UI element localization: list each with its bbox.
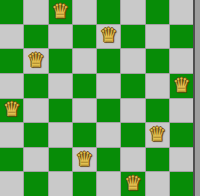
square-b2[interactable] — [24, 148, 47, 172]
gold-queen-piece: ♛ — [100, 25, 118, 45]
square-e7[interactable]: ♛ — [97, 25, 120, 49]
square-c8[interactable]: ♛ — [49, 0, 72, 24]
square-a3[interactable] — [0, 123, 23, 147]
square-b8[interactable] — [24, 0, 47, 24]
square-h1[interactable] — [170, 172, 193, 196]
square-a5[interactable] — [0, 74, 23, 98]
gold-queen-piece: ♛ — [124, 173, 142, 193]
square-c7[interactable] — [49, 25, 72, 49]
square-f7[interactable] — [121, 25, 144, 49]
square-g5[interactable] — [146, 74, 169, 98]
square-a8[interactable] — [0, 0, 23, 24]
square-c6[interactable] — [49, 49, 72, 73]
square-c3[interactable] — [49, 123, 72, 147]
square-g6[interactable] — [146, 49, 169, 73]
square-h8[interactable] — [170, 0, 193, 24]
square-d4[interactable] — [73, 99, 96, 123]
square-b6[interactable]: ♛ — [24, 49, 47, 73]
square-a4[interactable]: ♛ — [0, 99, 23, 123]
square-a7[interactable] — [0, 25, 23, 49]
gold-queen-piece: ♛ — [3, 99, 21, 119]
square-e5[interactable] — [97, 74, 120, 98]
square-e4[interactable] — [97, 99, 120, 123]
square-g8[interactable] — [146, 0, 169, 24]
square-g2[interactable] — [146, 148, 169, 172]
square-e1[interactable] — [97, 172, 120, 196]
square-b5[interactable] — [24, 74, 47, 98]
square-h7[interactable] — [170, 25, 193, 49]
square-b3[interactable] — [24, 123, 47, 147]
gold-queen-piece: ♛ — [51, 1, 69, 21]
square-d2[interactable]: ♛ — [73, 148, 96, 172]
square-a2[interactable] — [0, 148, 23, 172]
square-b4[interactable] — [24, 99, 47, 123]
square-h3[interactable] — [170, 123, 193, 147]
square-c2[interactable] — [49, 148, 72, 172]
square-f6[interactable] — [121, 49, 144, 73]
square-c4[interactable] — [49, 99, 72, 123]
square-f3[interactable] — [121, 123, 144, 147]
square-f8[interactable] — [121, 0, 144, 24]
square-g3[interactable]: ♛ — [146, 123, 169, 147]
square-h5[interactable]: ♛ — [170, 74, 193, 98]
square-c1[interactable] — [49, 172, 72, 196]
square-d8[interactable] — [73, 0, 96, 24]
square-h2[interactable] — [170, 148, 193, 172]
square-a6[interactable] — [0, 49, 23, 73]
square-g1[interactable] — [146, 172, 169, 196]
square-b1[interactable] — [24, 172, 47, 196]
square-d7[interactable] — [73, 25, 96, 49]
gold-queen-piece: ♛ — [172, 75, 190, 95]
square-d3[interactable] — [73, 123, 96, 147]
square-f2[interactable] — [121, 148, 144, 172]
square-h6[interactable] — [170, 49, 193, 73]
square-g4[interactable] — [146, 99, 169, 123]
chess-board: ♛♛♛♛♛♛♛♛ — [0, 0, 195, 196]
square-d1[interactable] — [73, 172, 96, 196]
square-c5[interactable] — [49, 74, 72, 98]
square-f5[interactable] — [121, 74, 144, 98]
square-d5[interactable] — [73, 74, 96, 98]
gold-queen-piece: ♛ — [27, 50, 45, 70]
square-e2[interactable] — [97, 148, 120, 172]
square-g7[interactable] — [146, 25, 169, 49]
app-window: ♛♛♛♛♛♛♛♛ — [0, 0, 200, 196]
square-a1[interactable] — [0, 172, 23, 196]
gold-queen-piece: ♛ — [148, 124, 166, 144]
square-e8[interactable] — [97, 0, 120, 24]
square-f1[interactable]: ♛ — [121, 172, 144, 196]
square-b7[interactable] — [24, 25, 47, 49]
square-d6[interactable] — [73, 49, 96, 73]
gold-queen-piece: ♛ — [75, 149, 93, 169]
square-e6[interactable] — [97, 49, 120, 73]
square-h4[interactable] — [170, 99, 193, 123]
square-f4[interactable] — [121, 99, 144, 123]
square-e3[interactable] — [97, 123, 120, 147]
